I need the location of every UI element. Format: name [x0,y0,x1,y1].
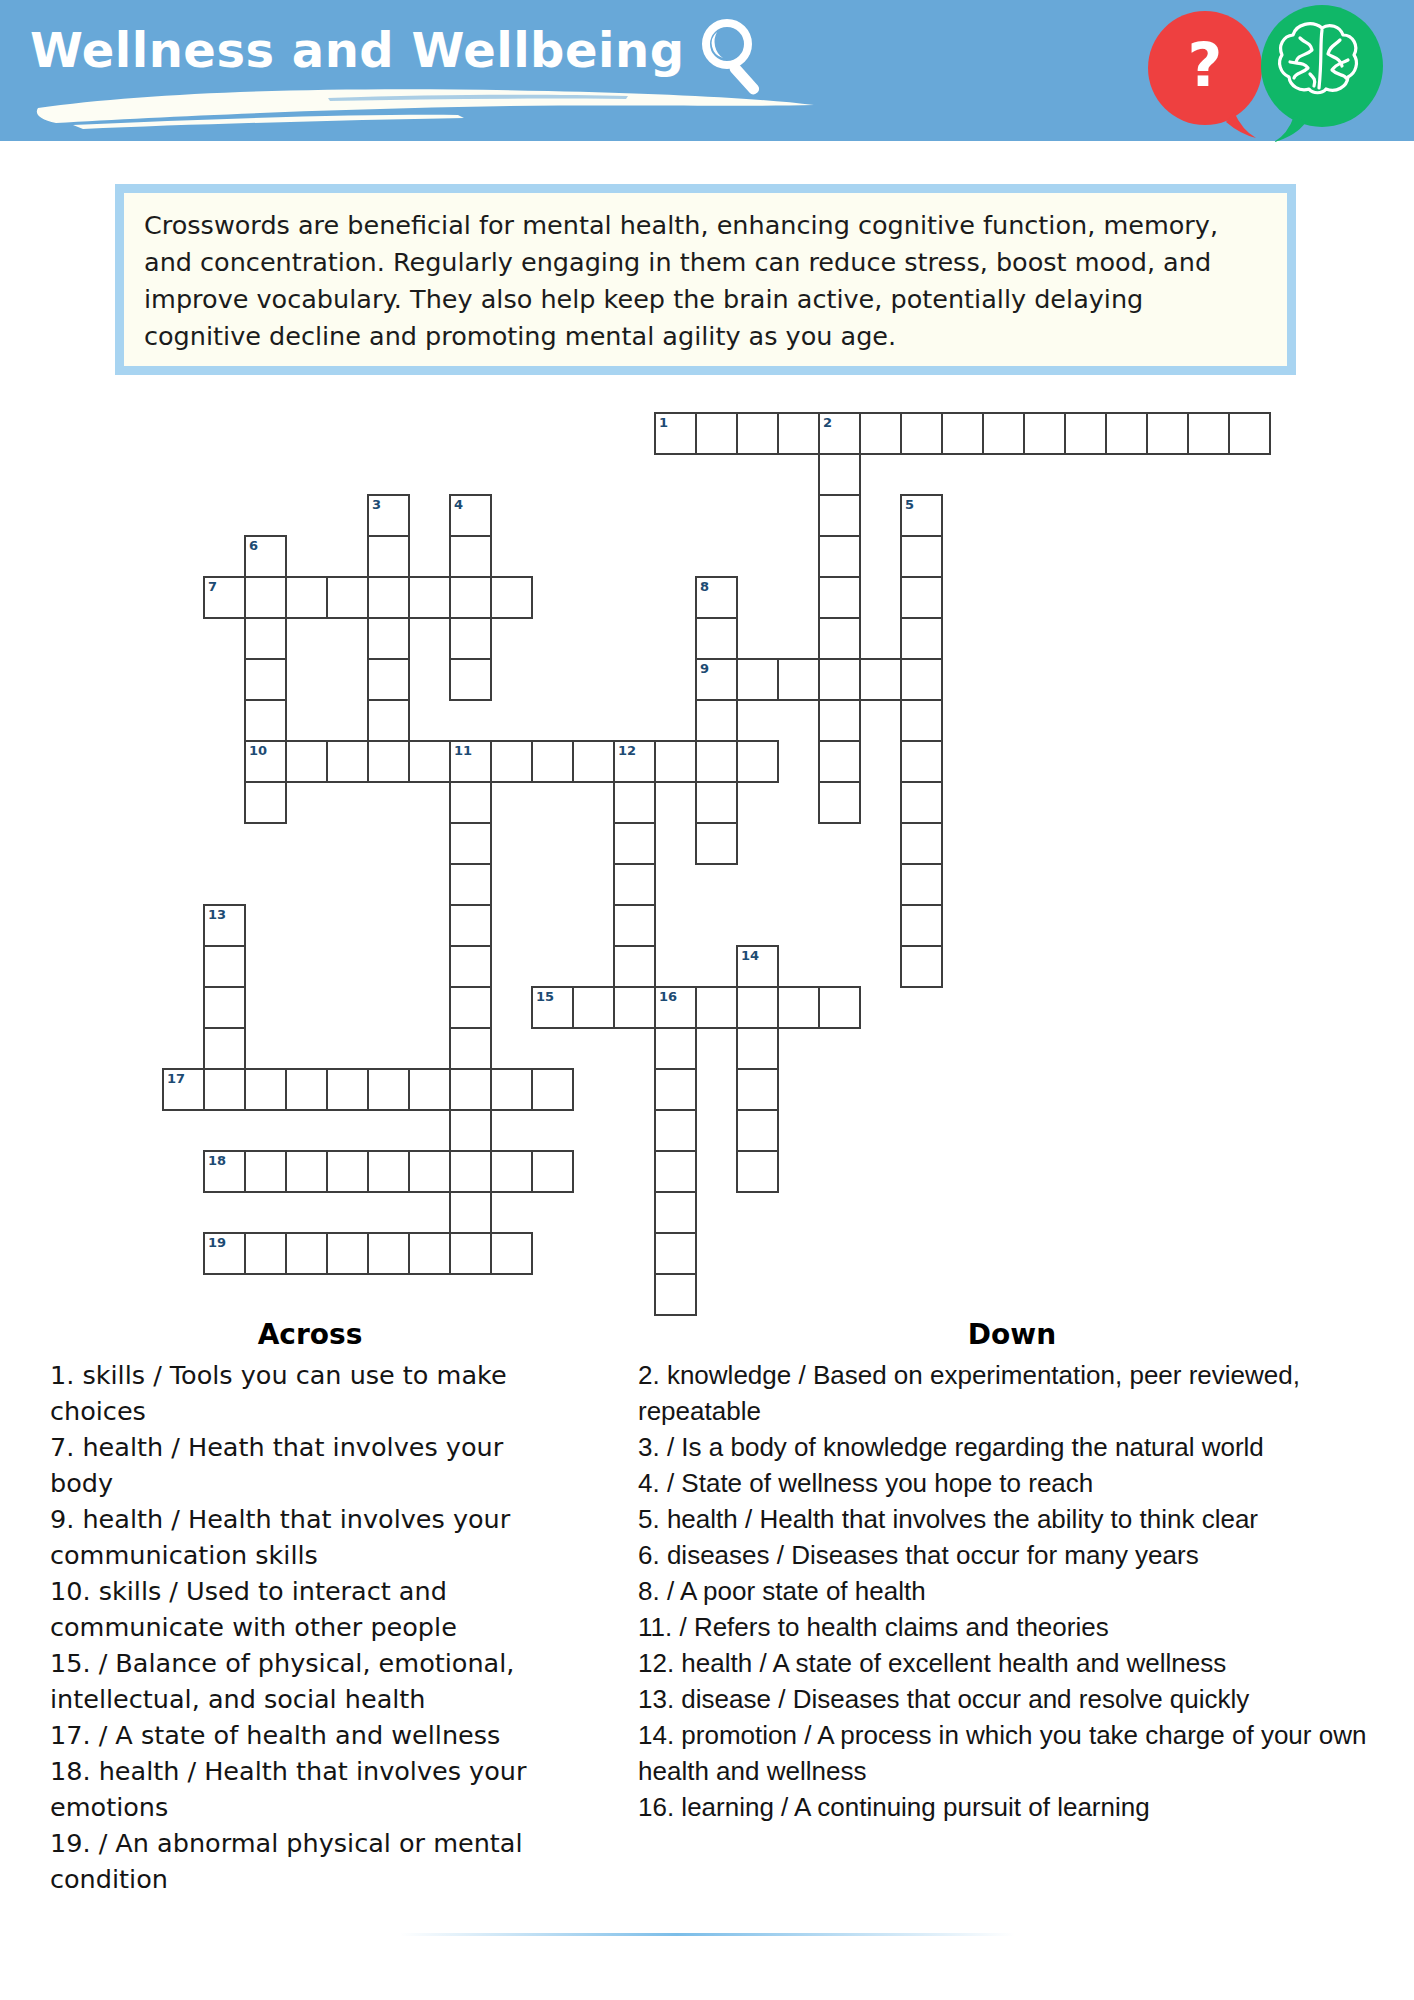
clue-item: 3. / Is a body of knowledge regarding th… [638,1429,1386,1465]
grid-cell[interactable] [777,658,820,701]
grid-cell[interactable] [408,1150,451,1193]
grid-cell[interactable] [695,781,738,824]
grid-cell[interactable] [818,535,861,578]
grid-cell[interactable] [367,535,410,578]
grid-cell[interactable] [449,1232,492,1275]
grid-cell[interactable] [490,1068,533,1111]
grid-cell[interactable] [367,658,410,701]
grid-cell[interactable] [1146,412,1189,455]
grid-cell[interactable] [449,822,492,865]
grid-cell[interactable] [1187,412,1230,455]
grid-cell[interactable] [203,1068,246,1111]
bottom-divider-line [400,1933,1015,1936]
clue-number: 11 [454,743,472,758]
grid-cell[interactable] [1064,412,1107,455]
grid-cell[interactable] [244,576,287,619]
grid-cell[interactable] [449,945,492,988]
grid-cell[interactable] [900,617,943,660]
grid-cell[interactable] [900,945,943,988]
grid-cell[interactable] [367,617,410,660]
grid-cell[interactable] [449,658,492,701]
clue-item: 11. / Refers to health claims and theori… [638,1609,1386,1645]
grid-cell[interactable] [572,986,615,1029]
clue-item: 5. health / Health that involves the abi… [638,1501,1386,1537]
grid-cell[interactable] [285,1150,328,1193]
grid-cell[interactable] [326,576,369,619]
down-heading: Down [638,1318,1386,1351]
grid-cell[interactable] [695,617,738,660]
grid-cell[interactable] [654,1232,697,1275]
clue-item: 2. knowledge / Based on experimentation,… [638,1357,1386,1429]
grid-cell[interactable] [244,1068,287,1111]
grid-cell[interactable] [326,740,369,783]
clue-item: 12. health / A state of excellent health… [638,1645,1386,1681]
grid-cell[interactable] [900,740,943,783]
clue-number: 2 [823,415,832,430]
grid-cell[interactable] [736,412,779,455]
clue-number: 8 [700,579,709,594]
page-title: Wellness and Wellbeing [30,22,685,78]
grid-cell[interactable] [326,1068,369,1111]
grid-cell[interactable] [900,658,943,701]
clue-item: 15. / Balance of physical, emotional, in… [50,1645,570,1717]
grid-cell[interactable] [326,1232,369,1275]
grid-cell[interactable] [244,699,287,742]
grid-cell[interactable] [736,986,779,1029]
grid-cell[interactable] [695,740,738,783]
grid-cell[interactable] [859,412,902,455]
grid-cell[interactable] [736,740,779,783]
clue-number: 1 [659,415,668,430]
brain-bubble-icon [1252,0,1388,148]
grid-cell[interactable] [285,1068,328,1111]
clue-item: 18. health / Health that involves your e… [50,1753,570,1825]
grid-cell[interactable] [818,699,861,742]
clue-number: 18 [208,1153,226,1168]
grid-cell[interactable] [736,1109,779,1152]
grid-cell[interactable] [900,576,943,619]
grid-cell[interactable] [408,1232,451,1275]
grid-cell[interactable] [818,617,861,660]
grid-cell[interactable] [900,781,943,824]
grid-cell[interactable] [900,904,943,947]
grid-cell[interactable] [900,822,943,865]
grid-cell[interactable] [859,658,902,701]
grid-cell[interactable] [490,740,533,783]
grid-cell[interactable] [654,1068,697,1111]
grid-cell[interactable] [449,863,492,906]
clue-number: 6 [249,538,258,553]
grid-cell[interactable] [900,863,943,906]
grid-cell[interactable] [203,945,246,988]
question-mark: ? [1174,30,1236,100]
clue-number: 14 [741,948,759,963]
grid-cell[interactable] [367,699,410,742]
grid-cell[interactable] [408,740,451,783]
grid-cell[interactable] [900,699,943,742]
grid-cell[interactable] [449,1150,492,1193]
clue-item: 13. disease / Diseases that occur and re… [638,1681,1386,1717]
grid-cell[interactable] [449,617,492,660]
grid-cell[interactable] [531,1068,574,1111]
clue-number: 15 [536,989,554,1004]
clue-number: 13 [208,907,226,922]
grid-cell[interactable] [818,658,861,701]
grid-cell[interactable] [285,576,328,619]
grid-cell[interactable] [285,740,328,783]
grid-cell[interactable] [818,781,861,824]
grid-cell[interactable] [203,1027,246,1070]
grid-cell[interactable] [449,1068,492,1111]
clue-item: 16. learning / A continuing pursuit of l… [638,1789,1386,1825]
grid-cell[interactable] [244,658,287,701]
grid-cell[interactable] [613,822,656,865]
grid-cell[interactable] [695,412,738,455]
clue-item: 9. health / Health that involves your co… [50,1501,570,1573]
info-text: Crosswords are beneficial for mental hea… [124,193,1287,369]
grid-cell[interactable] [777,986,820,1029]
clue-item: 7. health / Heath that involves your bod… [50,1429,570,1501]
grid-cell[interactable] [654,1109,697,1152]
grid-cell[interactable] [531,740,574,783]
grid-cell[interactable] [449,535,492,578]
grid-cell[interactable] [203,986,246,1029]
clue-number: 4 [454,497,463,512]
grid-cell[interactable] [613,904,656,947]
grid-cell[interactable] [367,740,410,783]
header-bar: Wellness and Wellbeing ? [0,0,1414,141]
grid-cell[interactable] [449,1109,492,1152]
clue-item: 19. / An abnormal physical or mental con… [50,1825,570,1897]
grid-cell[interactable] [367,576,410,619]
info-box: Crosswords are beneficial for mental hea… [115,184,1296,375]
grid-cell[interactable] [449,1191,492,1234]
grid-cell[interactable] [654,1027,697,1070]
grid-cell[interactable] [736,1150,779,1193]
grid-cell[interactable] [900,535,943,578]
clue-item: 4. / State of wellness you hope to reach [638,1465,1386,1501]
grid-cell[interactable] [367,1232,410,1275]
grid-cell[interactable] [1105,412,1148,455]
clue-number: 19 [208,1235,226,1250]
grid-cell[interactable] [941,412,984,455]
grid-cell[interactable] [449,904,492,947]
grid-cell[interactable] [408,576,451,619]
grid-cell[interactable] [244,1232,287,1275]
grid-cell[interactable] [449,781,492,824]
grid-cell[interactable] [367,1150,410,1193]
grid-cell[interactable] [449,576,492,619]
grid-cell[interactable] [818,740,861,783]
brush-swoosh-decoration [28,84,823,132]
grid-cell[interactable] [326,1150,369,1193]
clue-number: 10 [249,743,267,758]
across-clues-section: Across 1. skills / Tools you can use to … [50,1318,570,1897]
grid-cell[interactable] [982,412,1025,455]
grid-cell[interactable] [244,781,287,824]
grid-cell[interactable] [777,412,820,455]
clue-number: 7 [208,579,217,594]
grid-cell[interactable] [654,1191,697,1234]
grid-cell[interactable] [654,1150,697,1193]
grid-cell[interactable] [408,1068,451,1111]
clue-item: 6. diseases / Diseases that occur for ma… [638,1537,1386,1573]
down-clues-section: Down 2. knowledge / Based on experimenta… [638,1318,1386,1825]
grid-cell[interactable] [613,986,656,1029]
grid-cell[interactable] [490,576,533,619]
grid-cell[interactable] [490,1150,533,1193]
grid-cell[interactable] [613,781,656,824]
clue-number: 16 [659,989,677,1004]
across-clue-list: 1. skills / Tools you can use to make ch… [50,1357,570,1897]
grid-cell[interactable] [818,494,861,537]
grid-cell[interactable] [449,986,492,1029]
clue-item: 1. skills / Tools you can use to make ch… [50,1357,570,1429]
grid-cell[interactable] [613,945,656,988]
grid-cell[interactable] [244,1150,287,1193]
clue-number: 5 [905,497,914,512]
grid-cell[interactable] [695,986,738,1029]
grid-cell[interactable] [449,1027,492,1070]
grid-cell[interactable] [1023,412,1066,455]
grid-cell[interactable] [285,1232,328,1275]
grid-cell[interactable] [490,1232,533,1275]
grid-cell[interactable] [244,617,287,660]
grid-cell[interactable] [572,740,615,783]
crossword-grid: 12345678910111213141516171819 [162,412,1272,1317]
grid-cell[interactable] [900,412,943,455]
grid-cell[interactable] [736,1068,779,1111]
grid-cell[interactable] [695,699,738,742]
grid-cell[interactable] [736,658,779,701]
grid-cell[interactable] [654,740,697,783]
clue-number: 3 [372,497,381,512]
grid-cell[interactable] [1228,412,1271,455]
grid-cell[interactable] [736,1027,779,1070]
grid-cell[interactable] [613,863,656,906]
down-clue-list: 2. knowledge / Based on experimentation,… [638,1357,1386,1825]
grid-cell[interactable] [818,576,861,619]
clue-item: 8. / A poor state of health [638,1573,1386,1609]
clue-item: 10. skills / Used to interact and commun… [50,1573,570,1645]
grid-cell[interactable] [367,1068,410,1111]
clue-item: 14. promotion / A process in which you t… [638,1717,1386,1789]
grid-cell[interactable] [654,1273,697,1316]
grid-cell[interactable] [695,822,738,865]
grid-cell[interactable] [531,1150,574,1193]
clue-number: 9 [700,661,709,676]
grid-cell[interactable] [818,986,861,1029]
across-heading: Across [50,1318,570,1351]
clue-number: 12 [618,743,636,758]
clue-number: 17 [167,1071,185,1086]
clue-item: 17. / A state of health and wellness [50,1717,570,1753]
grid-cell[interactable] [818,453,861,496]
